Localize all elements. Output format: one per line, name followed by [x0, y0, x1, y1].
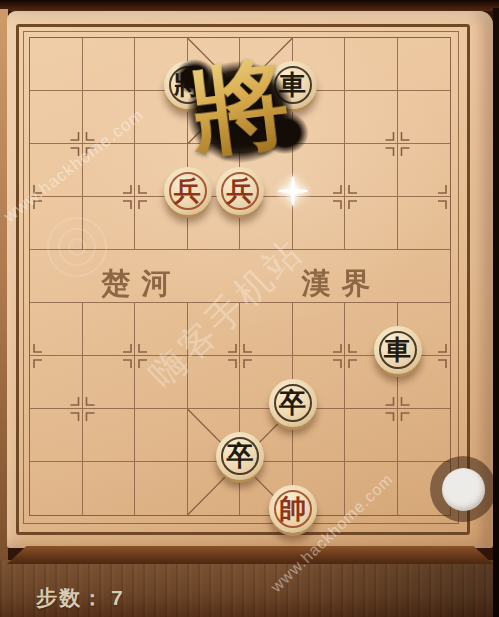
top-strip	[0, 0, 499, 11]
floating-assist-knob	[442, 468, 485, 511]
black-chariot-glyph: 車	[269, 61, 317, 109]
black-soldier[interactable]: 卒	[216, 432, 264, 480]
step-counter-label: 步数：	[36, 586, 105, 609]
black-chariot[interactable]: 車	[374, 326, 422, 374]
black-general[interactable]: 將	[164, 61, 212, 109]
black-soldier-glyph: 卒	[216, 432, 264, 480]
xiangqi-board[interactable]: 楚河 漢界 將 將車兵兵車卒卒帥	[30, 38, 450, 515]
board-slab-edge	[7, 546, 493, 564]
red-soldier-glyph: 兵	[216, 167, 264, 215]
river-label-left: 楚河	[70, 265, 202, 301]
red-soldier-glyph: 兵	[164, 167, 212, 215]
black-general-glyph: 將	[164, 61, 212, 109]
red-soldier[interactable]: 兵	[216, 167, 264, 215]
river-label-right: 漢界	[270, 265, 402, 301]
floating-assist-button[interactable]	[430, 456, 496, 522]
black-chariot-glyph: 車	[374, 326, 422, 374]
red-general-glyph: 帥	[269, 485, 317, 533]
black-chariot[interactable]: 車	[269, 61, 317, 109]
black-soldier[interactable]: 卒	[269, 379, 317, 427]
red-soldier[interactable]: 兵	[164, 167, 212, 215]
background-right-edge	[493, 8, 499, 617]
game-screen: 楚河 漢界 將 將車兵兵車卒卒帥 www.hackhome.com 嗨客手机站 …	[0, 0, 499, 617]
red-general[interactable]: 帥	[269, 485, 317, 533]
black-soldier-glyph: 卒	[269, 379, 317, 427]
step-counter-value: 7	[111, 586, 125, 609]
step-counter: 步数：7	[36, 584, 125, 612]
